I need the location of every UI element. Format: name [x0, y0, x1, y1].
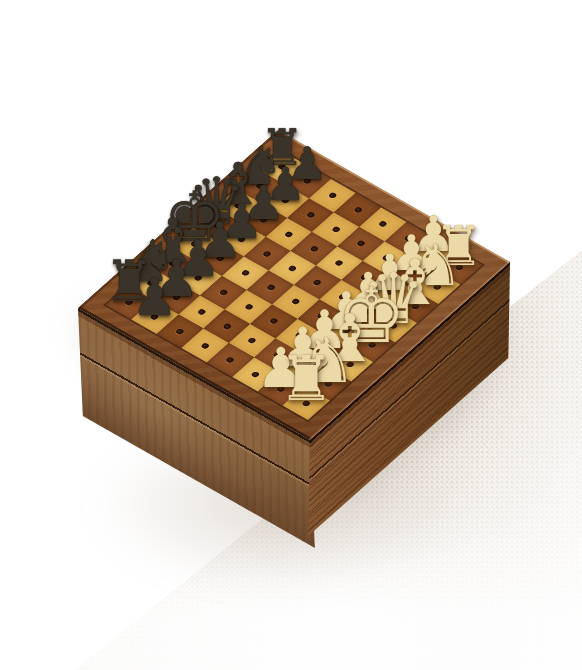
product-photo-stage: ♜♞♝♛♚♝♞♜♟♟♟♟♟♟♟♟♟♟♟♟♟♟♟♟♜♞♝♛♚♝♞♜: [0, 0, 582, 670]
